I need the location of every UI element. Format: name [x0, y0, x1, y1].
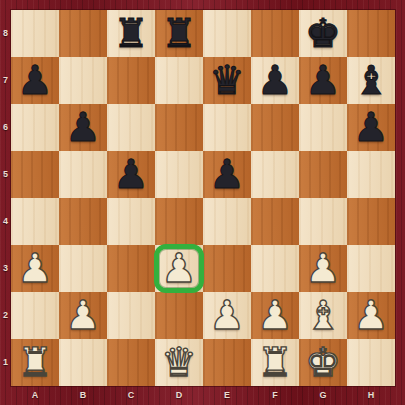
square-d8[interactable]: ♜	[155, 10, 203, 57]
file-label-e: E	[203, 386, 251, 405]
square-f4[interactable]	[251, 198, 299, 245]
square-d1[interactable]: ♛	[155, 339, 203, 386]
square-a6[interactable]	[11, 104, 59, 151]
square-g4[interactable]	[299, 198, 347, 245]
square-h1[interactable]	[347, 339, 395, 386]
square-a7[interactable]: ♟	[11, 57, 59, 104]
square-a3[interactable]: ♟	[11, 245, 59, 292]
file-label-g: G	[299, 386, 347, 405]
square-h4[interactable]	[347, 198, 395, 245]
rank-label-8: 8	[0, 10, 11, 57]
rank-label-5: 5	[0, 151, 11, 198]
file-label-f: F	[251, 386, 299, 405]
black-pawn-g7: ♟	[305, 57, 341, 104]
file-label-c: C	[107, 386, 155, 405]
white-pawn-g3: ♟	[305, 245, 341, 292]
square-d5[interactable]	[155, 151, 203, 198]
white-queen-d1: ♛	[161, 339, 197, 386]
file-label-d: D	[155, 386, 203, 405]
square-a5[interactable]	[11, 151, 59, 198]
white-pawn-f2: ♟	[257, 292, 293, 339]
square-e6[interactable]	[203, 104, 251, 151]
board-frame: ♜♜♚♟♛♟♟♝♟♟♟♟♟♟♟♟♟♟♝♟♜♛♜♚ 87654321 ABCDEF…	[0, 0, 405, 405]
square-e7[interactable]: ♛	[203, 57, 251, 104]
black-bishop-h7: ♝	[353, 57, 389, 104]
square-c8[interactable]: ♜	[107, 10, 155, 57]
white-king-g1: ♚	[305, 339, 341, 386]
square-h2[interactable]: ♟	[347, 292, 395, 339]
square-g2[interactable]: ♝	[299, 292, 347, 339]
white-pawn-a3: ♟	[17, 245, 53, 292]
square-a8[interactable]	[11, 10, 59, 57]
square-f1[interactable]: ♜	[251, 339, 299, 386]
square-a1[interactable]: ♜	[11, 339, 59, 386]
square-d6[interactable]	[155, 104, 203, 151]
square-c4[interactable]	[107, 198, 155, 245]
square-e1[interactable]	[203, 339, 251, 386]
square-e8[interactable]	[203, 10, 251, 57]
square-h6[interactable]: ♟	[347, 104, 395, 151]
file-label-a: A	[11, 386, 59, 405]
square-g5[interactable]	[299, 151, 347, 198]
square-d4[interactable]	[155, 198, 203, 245]
black-pawn-c5: ♟	[113, 151, 149, 198]
square-a4[interactable]	[11, 198, 59, 245]
white-pawn-h2: ♟	[353, 292, 389, 339]
square-b2[interactable]: ♟	[59, 292, 107, 339]
square-e3[interactable]	[203, 245, 251, 292]
white-pawn-e2: ♟	[209, 292, 245, 339]
square-f7[interactable]: ♟	[251, 57, 299, 104]
square-f3[interactable]	[251, 245, 299, 292]
white-pawn-b2: ♟	[65, 292, 101, 339]
square-h7[interactable]: ♝	[347, 57, 395, 104]
square-f2[interactable]: ♟	[251, 292, 299, 339]
square-b3[interactable]	[59, 245, 107, 292]
square-g7[interactable]: ♟	[299, 57, 347, 104]
square-c6[interactable]	[107, 104, 155, 151]
black-pawn-a7: ♟	[17, 57, 53, 104]
rank-label-6: 6	[0, 104, 11, 151]
white-rook-a1: ♜	[17, 339, 53, 386]
square-g6[interactable]	[299, 104, 347, 151]
square-e5[interactable]: ♟	[203, 151, 251, 198]
square-b5[interactable]	[59, 151, 107, 198]
black-pawn-f7: ♟	[257, 57, 293, 104]
square-e2[interactable]: ♟	[203, 292, 251, 339]
square-c5[interactable]: ♟	[107, 151, 155, 198]
black-queen-e7: ♛	[209, 57, 245, 104]
file-label-b: B	[59, 386, 107, 405]
square-e4[interactable]	[203, 198, 251, 245]
black-pawn-b6: ♟	[65, 104, 101, 151]
square-h8[interactable]	[347, 10, 395, 57]
rank-label-3: 3	[0, 245, 11, 292]
square-b4[interactable]	[59, 198, 107, 245]
chess-board: ♜♜♚♟♛♟♟♝♟♟♟♟♟♟♟♟♟♟♝♟♜♛♜♚	[11, 10, 395, 386]
white-pawn-d3: ♟	[161, 245, 197, 292]
rank-label-7: 7	[0, 57, 11, 104]
square-b7[interactable]	[59, 57, 107, 104]
square-f8[interactable]	[251, 10, 299, 57]
square-d7[interactable]	[155, 57, 203, 104]
rank-label-1: 1	[0, 339, 11, 386]
square-c7[interactable]	[107, 57, 155, 104]
square-g3[interactable]: ♟	[299, 245, 347, 292]
square-f5[interactable]	[251, 151, 299, 198]
square-g1[interactable]: ♚	[299, 339, 347, 386]
square-g8[interactable]: ♚	[299, 10, 347, 57]
white-bishop-g2: ♝	[305, 292, 341, 339]
white-rook-f1: ♜	[257, 339, 293, 386]
square-h3[interactable]	[347, 245, 395, 292]
black-pawn-e5: ♟	[209, 151, 245, 198]
black-rook-c8: ♜	[113, 10, 149, 57]
square-d2[interactable]	[155, 292, 203, 339]
square-c1[interactable]	[107, 339, 155, 386]
black-rook-d8: ♜	[161, 10, 197, 57]
black-king-g8: ♚	[305, 10, 341, 57]
rank-label-2: 2	[0, 292, 11, 339]
square-b8[interactable]	[59, 10, 107, 57]
square-h5[interactable]	[347, 151, 395, 198]
rank-label-4: 4	[0, 198, 11, 245]
square-c3[interactable]	[107, 245, 155, 292]
file-label-h: H	[347, 386, 395, 405]
black-pawn-h6: ♟	[353, 104, 389, 151]
square-c2[interactable]	[107, 292, 155, 339]
square-f6[interactable]	[251, 104, 299, 151]
square-b1[interactable]	[59, 339, 107, 386]
square-b6[interactable]: ♟	[59, 104, 107, 151]
square-a2[interactable]	[11, 292, 59, 339]
square-d3[interactable]: ♟	[155, 245, 203, 292]
